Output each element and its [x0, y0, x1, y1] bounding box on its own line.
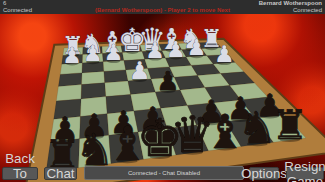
opponent-name: Bernard Wotherspoon [163, 0, 323, 7]
top-status-bar: 6 Bernard Wotherspoon Connected (Bernard… [0, 0, 325, 14]
piece-black-rook-a8[interactable]: ♜ [272, 101, 308, 149]
local-connection-status: Connected [3, 7, 95, 14]
resign-game-button[interactable]: Resign Game [286, 167, 324, 180]
move-counter: 6 [3, 0, 163, 7]
piece-white-pawn-b2[interactable]: ♟ [187, 35, 207, 60]
piece-white-pawn-g2[interactable]: ♟ [83, 41, 103, 66]
piece-white-pawn-c2[interactable]: ♟ [166, 37, 186, 62]
square-f4[interactable] [104, 70, 128, 83]
piece-white-pawn-a3[interactable]: ♟ [214, 41, 235, 67]
top-bar-row-2: Connected (Bernard Wotherspoon) - Player… [0, 7, 325, 14]
piece-white-pawn-f2[interactable]: ♟ [104, 40, 124, 65]
chat-status-box: Connected - Chat Disabled [84, 166, 244, 180]
game-viewport: ♜♞♝♚♛♝♞♜♟♟♟♟♟♟♟♟♟♟♟♟♟♟♟♟♜♞♝♚♛♝♞♜ 6 Berna… [0, 0, 325, 182]
square-g5[interactable] [81, 83, 106, 99]
top-bar-row-1: 6 Bernard Wotherspoon [0, 0, 325, 7]
piece-white-pawn-e4[interactable]: ♟ [129, 56, 151, 85]
square-h5[interactable] [56, 85, 81, 102]
chat-button[interactable]: Chat [44, 167, 77, 180]
piece-black-pawn-d5[interactable]: ♟ [156, 66, 179, 96]
turn-status-text: (Bernard Wotherspoon) - Player 2 to move… [95, 7, 230, 14]
square-g4[interactable] [82, 71, 105, 84]
square-f5[interactable] [105, 81, 131, 97]
square-h4[interactable] [58, 73, 82, 87]
bottom-toolbar: Back To Menu Chat Connected - Chat Disab… [0, 167, 325, 181]
chess-board[interactable]: ♜♞♝♚♛♝♞♜♟♟♟♟♟♟♟♟♟♟♟♟♟♟♟♟♜♞♝♚♛♝♞♜ [0, 0, 325, 182]
back-to-menu-button[interactable]: Back To Menu [2, 167, 38, 180]
opponent-connection-status: Connected [230, 7, 322, 14]
options-button[interactable]: Options [249, 167, 279, 180]
piece-white-pawn-h2[interactable]: ♟ [62, 43, 82, 68]
